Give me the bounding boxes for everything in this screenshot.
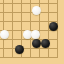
black-stone: [15, 45, 24, 54]
black-stone: [41, 39, 50, 48]
stone-grid: [0, 0, 64, 64]
white-stone: [31, 30, 40, 39]
black-stone: [49, 22, 58, 31]
black-stone: [32, 39, 41, 48]
white-stone: [32, 6, 41, 15]
go-board[interactable]: [0, 0, 64, 64]
white-stone: [0, 30, 9, 39]
